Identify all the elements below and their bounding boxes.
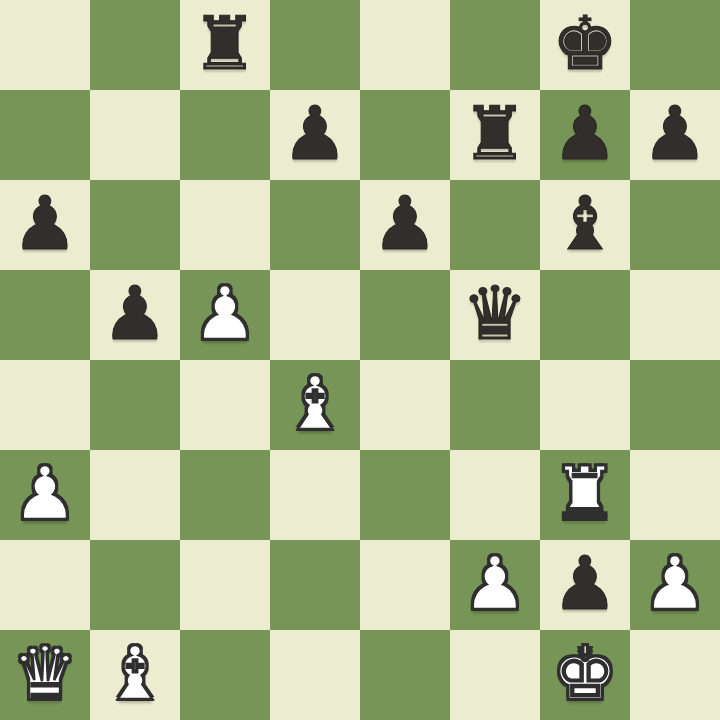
square-h2[interactable]: ♟ <box>630 540 720 630</box>
square-e3[interactable] <box>360 450 450 540</box>
square-e6[interactable]: ♟ <box>360 180 450 270</box>
square-c2[interactable] <box>180 540 270 630</box>
square-g8[interactable]: ♚ <box>540 0 630 90</box>
square-e2[interactable] <box>360 540 450 630</box>
square-h8[interactable] <box>630 0 720 90</box>
square-d8[interactable] <box>270 0 360 90</box>
square-c4[interactable] <box>180 360 270 450</box>
square-f8[interactable] <box>450 0 540 90</box>
square-a6[interactable]: ♟ <box>0 180 90 270</box>
square-d4[interactable]: ♝ <box>270 360 360 450</box>
square-g2[interactable]: ♟ <box>540 540 630 630</box>
piece-black-pawn[interactable]: ♟ <box>282 90 348 178</box>
square-g7[interactable]: ♟ <box>540 90 630 180</box>
square-g1[interactable]: ♚ <box>540 630 630 720</box>
square-f4[interactable] <box>450 360 540 450</box>
piece-white-bishop[interactable]: ♝ <box>282 360 348 448</box>
piece-white-rook[interactable]: ♜ <box>552 450 618 538</box>
piece-black-pawn[interactable]: ♟ <box>102 270 168 358</box>
square-d7[interactable]: ♟ <box>270 90 360 180</box>
piece-black-pawn[interactable]: ♟ <box>642 90 708 178</box>
square-h4[interactable] <box>630 360 720 450</box>
piece-white-pawn[interactable]: ♟ <box>192 270 258 358</box>
square-g3[interactable]: ♜ <box>540 450 630 540</box>
square-h3[interactable] <box>630 450 720 540</box>
square-c1[interactable] <box>180 630 270 720</box>
square-a7[interactable] <box>0 90 90 180</box>
piece-black-bishop[interactable]: ♝ <box>552 180 618 268</box>
square-b3[interactable] <box>90 450 180 540</box>
square-b7[interactable] <box>90 90 180 180</box>
square-c7[interactable] <box>180 90 270 180</box>
piece-white-bishop[interactable]: ♝ <box>102 630 168 718</box>
square-h1[interactable] <box>630 630 720 720</box>
piece-white-king[interactable]: ♚ <box>552 630 618 718</box>
square-e5[interactable] <box>360 270 450 360</box>
square-g5[interactable] <box>540 270 630 360</box>
piece-black-rook[interactable]: ♜ <box>462 90 528 178</box>
square-f2[interactable]: ♟ <box>450 540 540 630</box>
square-d2[interactable] <box>270 540 360 630</box>
square-a5[interactable] <box>0 270 90 360</box>
square-e7[interactable] <box>360 90 450 180</box>
square-f7[interactable]: ♜ <box>450 90 540 180</box>
square-f5[interactable]: ♛ <box>450 270 540 360</box>
square-e8[interactable] <box>360 0 450 90</box>
square-b2[interactable] <box>90 540 180 630</box>
square-b1[interactable]: ♝ <box>90 630 180 720</box>
square-c5[interactable]: ♟ <box>180 270 270 360</box>
square-c6[interactable] <box>180 180 270 270</box>
piece-black-king[interactable]: ♚ <box>552 0 618 88</box>
piece-black-pawn[interactable]: ♟ <box>372 180 438 268</box>
square-a2[interactable] <box>0 540 90 630</box>
piece-white-pawn[interactable]: ♟ <box>12 450 78 538</box>
piece-black-queen[interactable]: ♛ <box>462 270 528 358</box>
piece-black-rook[interactable]: ♜ <box>192 0 258 88</box>
square-d6[interactable] <box>270 180 360 270</box>
square-d3[interactable] <box>270 450 360 540</box>
square-h6[interactable] <box>630 180 720 270</box>
square-b4[interactable] <box>90 360 180 450</box>
square-d1[interactable] <box>270 630 360 720</box>
square-b5[interactable]: ♟ <box>90 270 180 360</box>
square-h5[interactable] <box>630 270 720 360</box>
square-f3[interactable] <box>450 450 540 540</box>
piece-black-pawn[interactable]: ♟ <box>552 90 618 178</box>
piece-white-pawn[interactable]: ♟ <box>462 540 528 628</box>
square-g6[interactable]: ♝ <box>540 180 630 270</box>
square-h7[interactable]: ♟ <box>630 90 720 180</box>
square-a3[interactable]: ♟ <box>0 450 90 540</box>
square-b6[interactable] <box>90 180 180 270</box>
square-f1[interactable] <box>450 630 540 720</box>
piece-white-pawn[interactable]: ♟ <box>642 540 708 628</box>
square-b8[interactable] <box>90 0 180 90</box>
square-e1[interactable] <box>360 630 450 720</box>
square-a4[interactable] <box>0 360 90 450</box>
square-c8[interactable]: ♜ <box>180 0 270 90</box>
square-d5[interactable] <box>270 270 360 360</box>
piece-black-pawn[interactable]: ♟ <box>12 180 78 268</box>
square-f6[interactable] <box>450 180 540 270</box>
square-c3[interactable] <box>180 450 270 540</box>
chess-board: ♜♚♟♜♟♟♟♟♝♟♟♛♝♟♜♟♟♟♛♝♚ <box>0 0 720 720</box>
square-g4[interactable] <box>540 360 630 450</box>
square-a1[interactable]: ♛ <box>0 630 90 720</box>
square-e4[interactable] <box>360 360 450 450</box>
piece-white-queen[interactable]: ♛ <box>12 630 78 718</box>
piece-black-pawn[interactable]: ♟ <box>552 540 618 628</box>
square-a8[interactable] <box>0 0 90 90</box>
